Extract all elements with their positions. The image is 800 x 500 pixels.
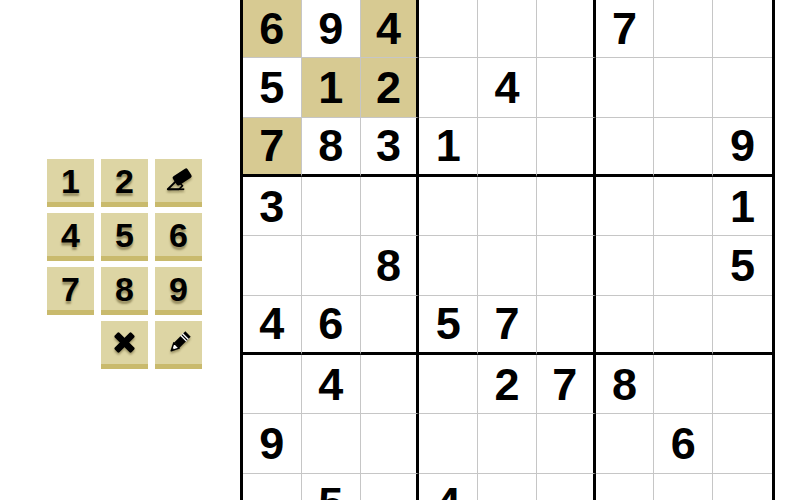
sudoku-board: 69475124783193185465742789654: [240, 0, 775, 500]
cell-r4c4[interactable]: [419, 177, 478, 236]
cell-r8c5[interactable]: [478, 414, 537, 473]
cell-r2c3[interactable]: 2: [361, 58, 420, 117]
cell-r9c6[interactable]: [537, 474, 596, 500]
cell-r7c6[interactable]: 7: [537, 355, 596, 414]
cell-r6c4[interactable]: 5: [419, 296, 478, 355]
cell-r5c1[interactable]: [243, 236, 302, 295]
cell-r3c8[interactable]: [654, 118, 713, 177]
cell-r7c5[interactable]: 2: [478, 355, 537, 414]
cell-r9c2[interactable]: 5: [302, 474, 361, 500]
cell-r8c1[interactable]: 9: [243, 414, 302, 473]
pencil-icon: [164, 328, 194, 358]
cell-r6c6[interactable]: [537, 296, 596, 355]
key-5[interactable]: 5: [101, 213, 148, 261]
cell-r3c2[interactable]: 8: [302, 118, 361, 177]
cell-r1c4[interactable]: [419, 0, 478, 58]
cell-r3c5[interactable]: [478, 118, 537, 177]
cell-r1c1[interactable]: 6: [243, 0, 302, 58]
cell-r8c4[interactable]: [419, 414, 478, 473]
cell-r4c2[interactable]: [302, 177, 361, 236]
cell-r9c7[interactable]: [596, 474, 655, 500]
cell-r6c2[interactable]: 6: [302, 296, 361, 355]
cell-r6c5[interactable]: 7: [478, 296, 537, 355]
cell-r7c3[interactable]: [361, 355, 420, 414]
clear-button[interactable]: [101, 321, 148, 369]
pencil-button[interactable]: [155, 321, 202, 369]
cell-r5c4[interactable]: [419, 236, 478, 295]
cell-r1c3[interactable]: 4: [361, 0, 420, 58]
cell-r4c9[interactable]: 1: [713, 177, 772, 236]
cell-r6c7[interactable]: [596, 296, 655, 355]
cell-r2c8[interactable]: [654, 58, 713, 117]
cell-r9c1[interactable]: [243, 474, 302, 500]
key-1[interactable]: 1: [47, 159, 94, 207]
cell-r8c2[interactable]: [302, 414, 361, 473]
cell-r5c6[interactable]: [537, 236, 596, 295]
cell-r1c6[interactable]: [537, 0, 596, 58]
cell-r8c9[interactable]: [713, 414, 772, 473]
cell-r3c3[interactable]: 3: [361, 118, 420, 177]
cell-r4c1[interactable]: 3: [243, 177, 302, 236]
number-pad: 1 2 4 5 6 7 8 9: [47, 159, 202, 369]
cell-r3c1[interactable]: 7: [243, 118, 302, 177]
cell-r7c8[interactable]: [654, 355, 713, 414]
cell-r7c7[interactable]: 8: [596, 355, 655, 414]
cell-r6c1[interactable]: 4: [243, 296, 302, 355]
cell-r8c7[interactable]: [596, 414, 655, 473]
cell-r4c7[interactable]: [596, 177, 655, 236]
cell-r9c8[interactable]: [654, 474, 713, 500]
cell-r9c4[interactable]: 4: [419, 474, 478, 500]
cell-r8c8[interactable]: 6: [654, 414, 713, 473]
cell-r2c7[interactable]: [596, 58, 655, 117]
cell-r5c2[interactable]: [302, 236, 361, 295]
cell-r3c7[interactable]: [596, 118, 655, 177]
cell-r1c5[interactable]: [478, 0, 537, 58]
eraser-button[interactable]: [155, 159, 202, 207]
cell-r4c5[interactable]: [478, 177, 537, 236]
cell-r9c5[interactable]: [478, 474, 537, 500]
cell-r5c3[interactable]: 8: [361, 236, 420, 295]
key-9[interactable]: 9: [155, 267, 202, 315]
cell-r8c6[interactable]: [537, 414, 596, 473]
cell-r7c1[interactable]: [243, 355, 302, 414]
cell-r5c7[interactable]: [596, 236, 655, 295]
cell-r2c2[interactable]: 1: [302, 58, 361, 117]
cell-r5c5[interactable]: [478, 236, 537, 295]
cell-r9c3[interactable]: [361, 474, 420, 500]
cell-r2c1[interactable]: 5: [243, 58, 302, 117]
cell-r8c3[interactable]: [361, 414, 420, 473]
cell-r5c8[interactable]: [654, 236, 713, 295]
cell-r3c9[interactable]: 9: [713, 118, 772, 177]
eraser-icon: [164, 166, 194, 196]
cell-r4c6[interactable]: [537, 177, 596, 236]
cell-r3c6[interactable]: [537, 118, 596, 177]
cell-r1c8[interactable]: [654, 0, 713, 58]
key-7[interactable]: 7: [47, 267, 94, 315]
cell-r2c4[interactable]: [419, 58, 478, 117]
cell-r2c6[interactable]: [537, 58, 596, 117]
cell-r6c9[interactable]: [713, 296, 772, 355]
key-4[interactable]: 4: [47, 213, 94, 261]
keypad-spacer: [47, 321, 94, 369]
cell-r9c9[interactable]: [713, 474, 772, 500]
cell-r2c9[interactable]: [713, 58, 772, 117]
cell-r5c9[interactable]: 5: [713, 236, 772, 295]
cell-r6c8[interactable]: [654, 296, 713, 355]
cell-r2c5[interactable]: 4: [478, 58, 537, 117]
cell-r1c9[interactable]: [713, 0, 772, 58]
clear-x-icon: [111, 329, 138, 356]
cell-r1c2[interactable]: 9: [302, 0, 361, 58]
cell-r4c8[interactable]: [654, 177, 713, 236]
cell-r4c3[interactable]: [361, 177, 420, 236]
cell-r7c4[interactable]: [419, 355, 478, 414]
cell-r7c9[interactable]: [713, 355, 772, 414]
cell-r6c3[interactable]: [361, 296, 420, 355]
cell-r1c7[interactable]: 7: [596, 0, 655, 58]
key-6[interactable]: 6: [155, 213, 202, 261]
cell-r3c4[interactable]: 1: [419, 118, 478, 177]
cell-r7c2[interactable]: 4: [302, 355, 361, 414]
key-8[interactable]: 8: [101, 267, 148, 315]
key-2[interactable]: 2: [101, 159, 148, 207]
